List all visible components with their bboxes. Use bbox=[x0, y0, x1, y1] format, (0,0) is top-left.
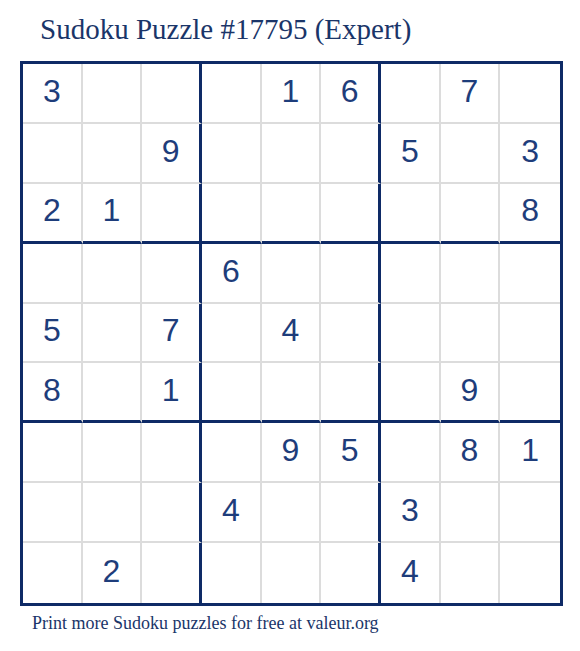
cell-r8c9[interactable] bbox=[500, 483, 560, 543]
cell-r2c9[interactable]: 3 bbox=[500, 124, 560, 184]
cell-r6c9[interactable] bbox=[500, 363, 560, 423]
cell-r6c6[interactable] bbox=[321, 363, 381, 423]
cell-r1c9[interactable] bbox=[500, 64, 560, 124]
cell-r3c5[interactable] bbox=[262, 184, 322, 244]
cell-r4c7[interactable] bbox=[381, 244, 441, 304]
cell-r7c5[interactable]: 9 bbox=[262, 423, 322, 483]
cell-r5c6[interactable] bbox=[321, 304, 381, 364]
cell-r2c8[interactable] bbox=[441, 124, 501, 184]
cell-r2c4[interactable] bbox=[202, 124, 262, 184]
cell-r6c7[interactable] bbox=[381, 363, 441, 423]
cell-r1c2[interactable] bbox=[83, 64, 143, 124]
cell-r5c1[interactable]: 5 bbox=[23, 304, 83, 364]
sudoku-board: 3167953218657481995814324 bbox=[20, 61, 563, 606]
cell-r6c2[interactable] bbox=[83, 363, 143, 423]
cell-r3c8[interactable] bbox=[441, 184, 501, 244]
cell-r3c7[interactable] bbox=[381, 184, 441, 244]
cell-r1c5[interactable]: 1 bbox=[262, 64, 322, 124]
cell-r5c7[interactable] bbox=[381, 304, 441, 364]
cell-r2c5[interactable] bbox=[262, 124, 322, 184]
cell-r9c1[interactable] bbox=[23, 543, 83, 603]
cell-r5c4[interactable] bbox=[202, 304, 262, 364]
cell-r9c4[interactable] bbox=[202, 543, 262, 603]
cell-r9c6[interactable] bbox=[321, 543, 381, 603]
cell-r7c9[interactable]: 1 bbox=[500, 423, 560, 483]
cell-r1c7[interactable] bbox=[381, 64, 441, 124]
cell-r5c2[interactable] bbox=[83, 304, 143, 364]
cell-r4c8[interactable] bbox=[441, 244, 501, 304]
cell-r1c8[interactable]: 7 bbox=[441, 64, 501, 124]
cell-r8c8[interactable] bbox=[441, 483, 501, 543]
cell-r3c4[interactable] bbox=[202, 184, 262, 244]
cell-r1c3[interactable] bbox=[142, 64, 202, 124]
cell-r4c4[interactable]: 6 bbox=[202, 244, 262, 304]
cell-r9c9[interactable] bbox=[500, 543, 560, 603]
cell-r9c2[interactable]: 2 bbox=[83, 543, 143, 603]
cell-r7c4[interactable] bbox=[202, 423, 262, 483]
cell-r3c9[interactable]: 8 bbox=[500, 184, 560, 244]
cell-r7c2[interactable] bbox=[83, 423, 143, 483]
cell-r2c1[interactable] bbox=[23, 124, 83, 184]
cell-r7c8[interactable]: 8 bbox=[441, 423, 501, 483]
cell-r5c3[interactable]: 7 bbox=[142, 304, 202, 364]
cell-r3c1[interactable]: 2 bbox=[23, 184, 83, 244]
cell-r7c1[interactable] bbox=[23, 423, 83, 483]
cell-r2c6[interactable] bbox=[321, 124, 381, 184]
cell-r6c5[interactable] bbox=[262, 363, 322, 423]
cell-r6c1[interactable]: 8 bbox=[23, 363, 83, 423]
cell-r7c6[interactable]: 5 bbox=[321, 423, 381, 483]
cell-r7c3[interactable] bbox=[142, 423, 202, 483]
cell-r3c3[interactable] bbox=[142, 184, 202, 244]
cell-r7c7[interactable] bbox=[381, 423, 441, 483]
cell-r8c3[interactable] bbox=[142, 483, 202, 543]
page-title: Sudoku Puzzle #17795 (Expert) bbox=[40, 13, 411, 46]
cell-r9c7[interactable]: 4 bbox=[381, 543, 441, 603]
cell-r1c6[interactable]: 6 bbox=[321, 64, 381, 124]
cell-r8c5[interactable] bbox=[262, 483, 322, 543]
cell-r9c8[interactable] bbox=[441, 543, 501, 603]
cell-r8c1[interactable] bbox=[23, 483, 83, 543]
cell-r3c6[interactable] bbox=[321, 184, 381, 244]
cell-r4c3[interactable] bbox=[142, 244, 202, 304]
cell-r1c1[interactable]: 3 bbox=[23, 64, 83, 124]
cell-r6c8[interactable]: 9 bbox=[441, 363, 501, 423]
cell-r6c3[interactable]: 1 bbox=[142, 363, 202, 423]
cell-r4c1[interactable] bbox=[23, 244, 83, 304]
cell-r8c2[interactable] bbox=[83, 483, 143, 543]
cell-r5c8[interactable] bbox=[441, 304, 501, 364]
cell-r2c3[interactable]: 9 bbox=[142, 124, 202, 184]
cell-r8c6[interactable] bbox=[321, 483, 381, 543]
cell-r4c9[interactable] bbox=[500, 244, 560, 304]
cell-r8c7[interactable]: 3 bbox=[381, 483, 441, 543]
cell-r3c2[interactable]: 1 bbox=[83, 184, 143, 244]
cell-r4c5[interactable] bbox=[262, 244, 322, 304]
cell-r6c4[interactable] bbox=[202, 363, 262, 423]
cell-r1c4[interactable] bbox=[202, 64, 262, 124]
cell-r8c4[interactable]: 4 bbox=[202, 483, 262, 543]
cell-r5c5[interactable]: 4 bbox=[262, 304, 322, 364]
cell-r5c9[interactable] bbox=[500, 304, 560, 364]
cell-r4c2[interactable] bbox=[83, 244, 143, 304]
cell-r9c5[interactable] bbox=[262, 543, 322, 603]
cell-r9c3[interactable] bbox=[142, 543, 202, 603]
footer-text: Print more Sudoku puzzles for free at va… bbox=[32, 613, 379, 634]
cell-r2c2[interactable] bbox=[83, 124, 143, 184]
cell-r4c6[interactable] bbox=[321, 244, 381, 304]
cell-r2c7[interactable]: 5 bbox=[381, 124, 441, 184]
